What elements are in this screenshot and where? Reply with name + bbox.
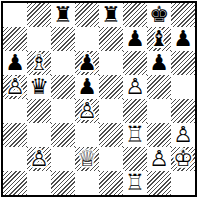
square-b8[interactable] [27,3,51,27]
square-h7[interactable]: ♟ [171,27,195,51]
square-e7[interactable] [99,27,123,51]
square-e1[interactable] [99,171,123,195]
square-d2[interactable]: ♕ [75,147,99,171]
square-a1[interactable] [3,171,27,195]
square-d5[interactable]: ♟ [75,75,99,99]
square-d4[interactable]: ♙ [75,99,99,123]
square-h3[interactable]: ♙ [171,123,195,147]
square-d1[interactable] [75,171,99,195]
square-h1[interactable] [171,171,195,195]
square-f2[interactable] [123,147,147,171]
square-e5[interactable] [99,75,123,99]
square-f4[interactable] [123,99,147,123]
square-a5[interactable]: ♙ [3,75,27,99]
square-g7[interactable]: ♝ [147,27,171,51]
piece-white-rook[interactable]: ♖ [125,124,145,146]
square-g4[interactable] [147,99,171,123]
piece-black-pawn[interactable]: ♟ [5,52,25,74]
square-c2[interactable] [51,147,75,171]
square-a2[interactable] [3,147,27,171]
square-g3[interactable] [147,123,171,147]
piece-black-rook[interactable]: ♜ [101,4,121,26]
square-f6[interactable] [123,51,147,75]
square-f7[interactable]: ♟ [123,27,147,51]
piece-white-bishop[interactable]: ♗ [29,52,49,74]
piece-black-bishop[interactable]: ♝ [149,28,169,50]
square-g1[interactable] [147,171,171,195]
piece-white-king[interactable]: ♔ [173,148,193,170]
square-g2[interactable]: ♙ [147,147,171,171]
square-c3[interactable] [51,123,75,147]
square-a6[interactable]: ♟ [3,51,27,75]
square-a3[interactable] [3,123,27,147]
square-b4[interactable] [27,99,51,123]
square-d8[interactable] [75,3,99,27]
square-c7[interactable] [51,27,75,51]
square-e4[interactable] [99,99,123,123]
square-b3[interactable] [27,123,51,147]
piece-white-pawn[interactable]: ♙ [149,148,169,170]
piece-white-pawn[interactable]: ♙ [125,76,145,98]
square-d6[interactable]: ♟ [75,51,99,75]
square-b2[interactable]: ♙ [27,147,51,171]
square-a8[interactable] [3,3,27,27]
square-c1[interactable] [51,171,75,195]
square-g6[interactable]: ♟ [147,51,171,75]
chessboard: ♜♜♚♟♝♟♟♗♟♟♙♛♟♙♙♖♙♙♕♙♔♖ [3,3,195,195]
piece-black-pawn[interactable]: ♟ [125,28,145,50]
square-g5[interactable] [147,75,171,99]
square-e6[interactable] [99,51,123,75]
square-h5[interactable] [171,75,195,99]
piece-black-pawn[interactable]: ♟ [77,76,97,98]
square-b6[interactable]: ♗ [27,51,51,75]
piece-black-pawn[interactable]: ♟ [149,52,169,74]
chess-diagram: ♜♜♚♟♝♟♟♗♟♟♙♛♟♙♙♖♙♙♕♙♔♖ [1,1,197,197]
piece-black-pawn[interactable]: ♟ [173,28,193,50]
square-c4[interactable] [51,99,75,123]
piece-black-queen[interactable]: ♛ [29,76,49,98]
square-a4[interactable] [3,99,27,123]
square-b7[interactable] [27,27,51,51]
square-c5[interactable] [51,75,75,99]
square-d7[interactable] [75,27,99,51]
square-a7[interactable] [3,27,27,51]
square-f3[interactable]: ♖ [123,123,147,147]
square-e2[interactable] [99,147,123,171]
piece-white-queen[interactable]: ♕ [77,148,97,170]
piece-white-pawn[interactable]: ♙ [173,124,193,146]
piece-white-pawn[interactable]: ♙ [77,100,97,122]
square-h8[interactable] [171,3,195,27]
piece-black-rook[interactable]: ♜ [53,4,73,26]
square-f1[interactable]: ♖ [123,171,147,195]
square-c8[interactable]: ♜ [51,3,75,27]
piece-white-pawn[interactable]: ♙ [29,148,49,170]
piece-white-rook[interactable]: ♖ [125,172,145,194]
square-h4[interactable] [171,99,195,123]
square-f8[interactable] [123,3,147,27]
square-b1[interactable] [27,171,51,195]
piece-white-pawn[interactable]: ♙ [5,76,25,98]
square-h2[interactable]: ♔ [171,147,195,171]
square-e8[interactable]: ♜ [99,3,123,27]
piece-black-pawn[interactable]: ♟ [77,52,97,74]
piece-black-king[interactable]: ♚ [149,4,169,26]
square-g8[interactable]: ♚ [147,3,171,27]
square-d3[interactable] [75,123,99,147]
square-h6[interactable] [171,51,195,75]
square-f5[interactable]: ♙ [123,75,147,99]
square-e3[interactable] [99,123,123,147]
square-b5[interactable]: ♛ [27,75,51,99]
square-c6[interactable] [51,51,75,75]
